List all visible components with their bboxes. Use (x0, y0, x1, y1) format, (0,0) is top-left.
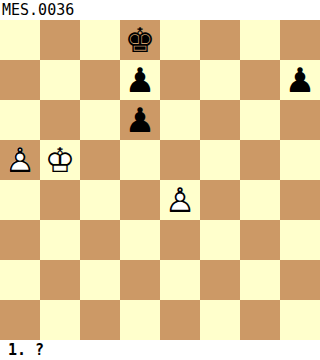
square-f8[interactable] (200, 20, 240, 60)
square-c5[interactable] (80, 140, 120, 180)
square-g2[interactable] (240, 260, 280, 300)
square-f7[interactable] (200, 60, 240, 100)
square-a8[interactable] (0, 20, 40, 60)
square-b1[interactable] (40, 300, 80, 340)
piece-white-king: ♔ (40, 140, 80, 180)
square-d5[interactable] (120, 140, 160, 180)
piece-white-pawn: ♙ (0, 140, 40, 180)
square-h2[interactable] (280, 260, 320, 300)
piece-black-pawn: ♟ (280, 60, 320, 100)
square-d8[interactable]: ♚ (120, 20, 160, 60)
square-b4[interactable] (40, 180, 80, 220)
piece-black-king: ♚ (120, 20, 160, 60)
square-f4[interactable] (200, 180, 240, 220)
square-f2[interactable] (200, 260, 240, 300)
square-g5[interactable] (240, 140, 280, 180)
square-g8[interactable] (240, 20, 280, 60)
square-d6[interactable]: ♟ (120, 100, 160, 140)
square-b8[interactable] (40, 20, 80, 60)
square-b6[interactable] (40, 100, 80, 140)
chess-diagram-window: MES.0036 ♚♟♟♟♟♙♚♔♟♙ 1. ? (0, 0, 320, 360)
square-e7[interactable] (160, 60, 200, 100)
square-a4[interactable] (0, 180, 40, 220)
square-h7[interactable]: ♟ (280, 60, 320, 100)
square-g1[interactable] (240, 300, 280, 340)
square-a5[interactable]: ♟♙ (0, 140, 40, 180)
diagram-title: MES.0036 (0, 1, 74, 19)
square-b5[interactable]: ♚♔ (40, 140, 80, 180)
square-e6[interactable] (160, 100, 200, 140)
square-c4[interactable] (80, 180, 120, 220)
piece-black-pawn: ♟ (120, 100, 160, 140)
square-h3[interactable] (280, 220, 320, 260)
square-a6[interactable] (0, 100, 40, 140)
diagram-footer: 1. ? (0, 340, 320, 360)
square-a2[interactable] (0, 260, 40, 300)
square-c1[interactable] (80, 300, 120, 340)
square-d7[interactable]: ♟ (120, 60, 160, 100)
square-g7[interactable] (240, 60, 280, 100)
square-e4[interactable]: ♟♙ (160, 180, 200, 220)
square-a1[interactable] (0, 300, 40, 340)
square-c6[interactable] (80, 100, 120, 140)
square-e5[interactable] (160, 140, 200, 180)
square-f3[interactable] (200, 220, 240, 260)
square-b2[interactable] (40, 260, 80, 300)
square-g3[interactable] (240, 220, 280, 260)
square-c8[interactable] (80, 20, 120, 60)
square-b7[interactable] (40, 60, 80, 100)
square-f1[interactable] (200, 300, 240, 340)
piece-white-pawn: ♙ (160, 180, 200, 220)
diagram-header: MES.0036 (0, 0, 320, 20)
square-c3[interactable] (80, 220, 120, 260)
square-f6[interactable] (200, 100, 240, 140)
square-d4[interactable] (120, 180, 160, 220)
square-e1[interactable] (160, 300, 200, 340)
square-h6[interactable] (280, 100, 320, 140)
square-c7[interactable] (80, 60, 120, 100)
square-d1[interactable] (120, 300, 160, 340)
square-e2[interactable] (160, 260, 200, 300)
square-a7[interactable] (0, 60, 40, 100)
piece-black-pawn: ♟ (120, 60, 160, 100)
square-h4[interactable] (280, 180, 320, 220)
square-c2[interactable] (80, 260, 120, 300)
square-h8[interactable] (280, 20, 320, 60)
square-f5[interactable] (200, 140, 240, 180)
square-e8[interactable] (160, 20, 200, 60)
square-g6[interactable] (240, 100, 280, 140)
chess-board: ♚♟♟♟♟♙♚♔♟♙ (0, 20, 320, 340)
square-b3[interactable] (40, 220, 80, 260)
square-d3[interactable] (120, 220, 160, 260)
move-prompt: 1. ? (0, 341, 44, 359)
square-g4[interactable] (240, 180, 280, 220)
square-h1[interactable] (280, 300, 320, 340)
square-e3[interactable] (160, 220, 200, 260)
square-d2[interactable] (120, 260, 160, 300)
square-a3[interactable] (0, 220, 40, 260)
square-h5[interactable] (280, 140, 320, 180)
